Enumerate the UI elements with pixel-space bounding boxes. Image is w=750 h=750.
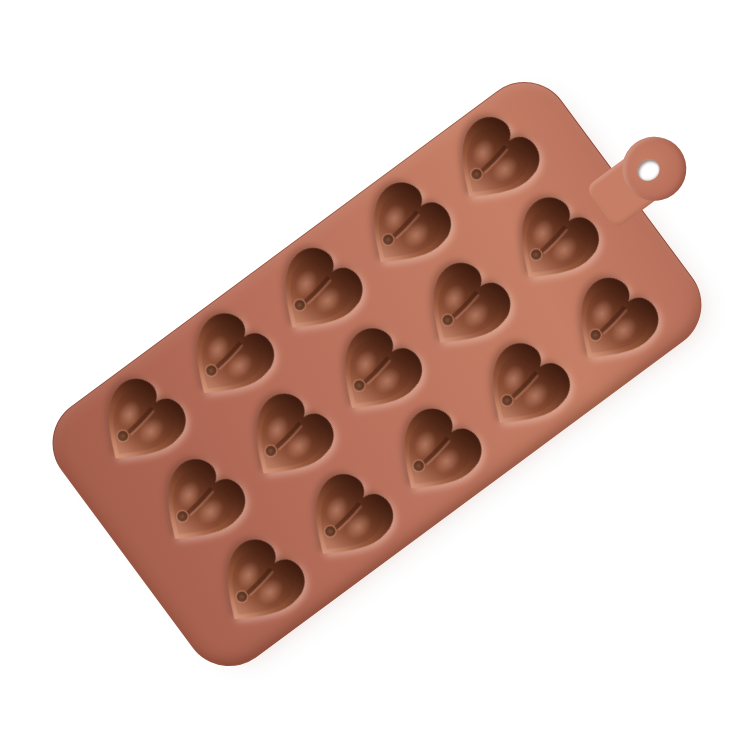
hang-hole: [633, 155, 664, 186]
silicone-mold-body: [34, 64, 720, 685]
product-photo-scene: [0, 0, 750, 750]
cavity-grid: [36, 65, 719, 683]
